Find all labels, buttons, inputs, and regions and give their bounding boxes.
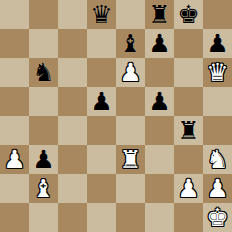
- white-pawn[interactable]: ♟: [177, 174, 199, 203]
- white-rook[interactable]: ♜: [119, 145, 141, 174]
- square-h5[interactable]: [203, 87, 232, 116]
- square-b5[interactable]: [29, 87, 58, 116]
- square-c4[interactable]: [58, 116, 87, 145]
- square-h2[interactable]: ♟: [203, 174, 232, 203]
- square-h3[interactable]: ♞: [203, 145, 232, 174]
- chess-board: ♛♜♚♝♟♟♞♟♛♟♟♜♟♟♜♞♝♟♟♚: [0, 0, 232, 232]
- black-pawn[interactable]: ♟: [90, 87, 112, 116]
- square-g4[interactable]: ♜: [174, 116, 203, 145]
- square-a1[interactable]: [0, 203, 29, 232]
- white-pawn[interactable]: ♟: [206, 174, 228, 203]
- square-d7[interactable]: [87, 29, 116, 58]
- square-h1[interactable]: ♚: [203, 203, 232, 232]
- square-h4[interactable]: [203, 116, 232, 145]
- square-d5[interactable]: ♟: [87, 87, 116, 116]
- square-e4[interactable]: [116, 116, 145, 145]
- square-c7[interactable]: [58, 29, 87, 58]
- square-b7[interactable]: [29, 29, 58, 58]
- square-h7[interactable]: ♟: [203, 29, 232, 58]
- square-e2[interactable]: [116, 174, 145, 203]
- square-g5[interactable]: [174, 87, 203, 116]
- square-g1[interactable]: [174, 203, 203, 232]
- square-a6[interactable]: [0, 58, 29, 87]
- square-d6[interactable]: [87, 58, 116, 87]
- square-f7[interactable]: ♟: [145, 29, 174, 58]
- square-a2[interactable]: [0, 174, 29, 203]
- square-d8[interactable]: ♛: [87, 0, 116, 29]
- black-pawn[interactable]: ♟: [148, 87, 170, 116]
- white-pawn[interactable]: ♟: [3, 145, 25, 174]
- square-e3[interactable]: ♜: [116, 145, 145, 174]
- square-e5[interactable]: [116, 87, 145, 116]
- square-b6[interactable]: ♞: [29, 58, 58, 87]
- square-g2[interactable]: ♟: [174, 174, 203, 203]
- square-g8[interactable]: ♚: [174, 0, 203, 29]
- square-a5[interactable]: [0, 87, 29, 116]
- square-f5[interactable]: ♟: [145, 87, 174, 116]
- square-f1[interactable]: [145, 203, 174, 232]
- black-pawn[interactable]: ♟: [148, 29, 170, 58]
- square-g3[interactable]: [174, 145, 203, 174]
- square-c3[interactable]: [58, 145, 87, 174]
- square-a4[interactable]: [0, 116, 29, 145]
- square-d3[interactable]: [87, 145, 116, 174]
- square-a7[interactable]: [0, 29, 29, 58]
- square-f2[interactable]: [145, 174, 174, 203]
- square-b4[interactable]: [29, 116, 58, 145]
- square-h6[interactable]: ♛: [203, 58, 232, 87]
- square-d1[interactable]: [87, 203, 116, 232]
- black-queen[interactable]: ♛: [90, 0, 112, 29]
- black-rook[interactable]: ♜: [177, 116, 199, 145]
- square-a8[interactable]: [0, 0, 29, 29]
- square-e7[interactable]: ♝: [116, 29, 145, 58]
- black-knight[interactable]: ♞: [32, 58, 54, 87]
- square-h8[interactable]: [203, 0, 232, 29]
- square-c6[interactable]: [58, 58, 87, 87]
- black-rook[interactable]: ♜: [148, 0, 170, 29]
- square-b3[interactable]: ♟: [29, 145, 58, 174]
- square-a3[interactable]: ♟: [0, 145, 29, 174]
- square-d4[interactable]: [87, 116, 116, 145]
- square-b8[interactable]: [29, 0, 58, 29]
- square-e1[interactable]: [116, 203, 145, 232]
- black-pawn[interactable]: ♟: [206, 29, 228, 58]
- square-f4[interactable]: [145, 116, 174, 145]
- black-bishop[interactable]: ♝: [119, 29, 141, 58]
- square-c1[interactable]: [58, 203, 87, 232]
- square-f8[interactable]: ♜: [145, 0, 174, 29]
- square-e6[interactable]: ♟: [116, 58, 145, 87]
- square-g6[interactable]: [174, 58, 203, 87]
- square-c2[interactable]: [58, 174, 87, 203]
- white-pawn[interactable]: ♟: [119, 58, 141, 87]
- square-d2[interactable]: [87, 174, 116, 203]
- square-b2[interactable]: ♝: [29, 174, 58, 203]
- square-c5[interactable]: [58, 87, 87, 116]
- white-knight[interactable]: ♞: [206, 145, 228, 174]
- black-king[interactable]: ♚: [177, 0, 199, 29]
- white-bishop[interactable]: ♝: [32, 174, 54, 203]
- black-pawn[interactable]: ♟: [32, 145, 54, 174]
- square-b1[interactable]: [29, 203, 58, 232]
- white-queen[interactable]: ♛: [206, 58, 228, 87]
- square-g7[interactable]: [174, 29, 203, 58]
- square-c8[interactable]: [58, 0, 87, 29]
- square-e8[interactable]: [116, 0, 145, 29]
- square-f6[interactable]: [145, 58, 174, 87]
- white-king[interactable]: ♚: [206, 203, 228, 232]
- square-f3[interactable]: [145, 145, 174, 174]
